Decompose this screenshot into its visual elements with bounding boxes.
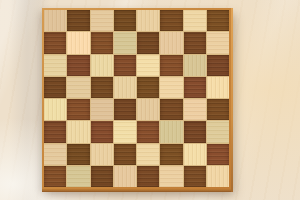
square-d5[interactable] <box>114 77 136 98</box>
square-a4[interactable] <box>44 99 66 120</box>
square-e2[interactable] <box>137 144 159 165</box>
square-h4[interactable] <box>207 99 229 120</box>
square-f3[interactable] <box>160 121 182 142</box>
square-c3[interactable] <box>91 121 113 142</box>
square-h7[interactable] <box>207 32 229 53</box>
square-b1[interactable] <box>67 166 89 187</box>
square-e4[interactable] <box>137 99 159 120</box>
square-b3[interactable] <box>67 121 89 142</box>
square-b7[interactable] <box>67 32 89 53</box>
square-a3[interactable] <box>44 121 66 142</box>
square-h8[interactable] <box>207 10 229 31</box>
square-g7[interactable] <box>184 32 206 53</box>
square-c4[interactable] <box>91 99 113 120</box>
square-e7[interactable] <box>137 32 159 53</box>
square-g4[interactable] <box>184 99 206 120</box>
square-c6[interactable] <box>91 55 113 76</box>
square-g3[interactable] <box>184 121 206 142</box>
square-c2[interactable] <box>91 144 113 165</box>
chess-board <box>42 8 231 189</box>
square-b6[interactable] <box>67 55 89 76</box>
square-f5[interactable] <box>160 77 182 98</box>
square-g2[interactable] <box>184 144 206 165</box>
square-a7[interactable] <box>44 32 66 53</box>
square-c5[interactable] <box>91 77 113 98</box>
square-b8[interactable] <box>67 10 89 31</box>
square-h1[interactable] <box>207 166 229 187</box>
square-e3[interactable] <box>137 121 159 142</box>
square-d3[interactable] <box>114 121 136 142</box>
square-g8[interactable] <box>184 10 206 31</box>
square-e8[interactable] <box>137 10 159 31</box>
table-surface <box>0 0 300 200</box>
square-c7[interactable] <box>91 32 113 53</box>
square-c1[interactable] <box>91 166 113 187</box>
square-d7[interactable] <box>114 32 136 53</box>
square-f1[interactable] <box>160 166 182 187</box>
square-f8[interactable] <box>160 10 182 31</box>
square-g1[interactable] <box>184 166 206 187</box>
square-a5[interactable] <box>44 77 66 98</box>
square-d4[interactable] <box>114 99 136 120</box>
square-a1[interactable] <box>44 166 66 187</box>
square-h6[interactable] <box>207 55 229 76</box>
square-e5[interactable] <box>137 77 159 98</box>
square-c8[interactable] <box>91 10 113 31</box>
board-grid <box>44 10 229 187</box>
square-d2[interactable] <box>114 144 136 165</box>
square-b2[interactable] <box>67 144 89 165</box>
square-a2[interactable] <box>44 144 66 165</box>
square-f2[interactable] <box>160 144 182 165</box>
square-h3[interactable] <box>207 121 229 142</box>
square-a8[interactable] <box>44 10 66 31</box>
square-f6[interactable] <box>160 55 182 76</box>
square-f7[interactable] <box>160 32 182 53</box>
square-h5[interactable] <box>207 77 229 98</box>
square-e6[interactable] <box>137 55 159 76</box>
square-b4[interactable] <box>67 99 89 120</box>
square-a6[interactable] <box>44 55 66 76</box>
square-d8[interactable] <box>114 10 136 31</box>
square-g6[interactable] <box>184 55 206 76</box>
square-f4[interactable] <box>160 99 182 120</box>
square-h2[interactable] <box>207 144 229 165</box>
square-d6[interactable] <box>114 55 136 76</box>
square-b5[interactable] <box>67 77 89 98</box>
square-e1[interactable] <box>137 166 159 187</box>
square-d1[interactable] <box>114 166 136 187</box>
square-g5[interactable] <box>184 77 206 98</box>
